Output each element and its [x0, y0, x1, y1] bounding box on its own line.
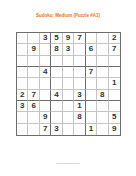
cell-r1c8[interactable] — [97, 33, 108, 44]
cell-r9c8[interactable] — [97, 124, 108, 135]
cell-r7c9[interactable] — [109, 101, 120, 112]
cell-r1c4[interactable]: 5 — [51, 33, 62, 44]
cell-r9c7[interactable]: 1 — [86, 124, 97, 135]
cell-r1c6[interactable]: 7 — [74, 33, 85, 44]
cell-r3c7[interactable] — [86, 56, 97, 67]
cell-r4c7[interactable]: 7 — [86, 67, 97, 78]
cell-r1c2[interactable] — [28, 33, 39, 44]
cell-r2c7[interactable]: 6 — [86, 44, 97, 55]
cell-r1c7[interactable] — [86, 33, 97, 44]
cell-r9c9[interactable]: 9 — [109, 124, 120, 135]
cell-r5c9[interactable]: 1 — [109, 78, 120, 89]
cell-r8c1[interactable] — [17, 112, 28, 123]
cell-r7c2[interactable]: 6 — [28, 101, 39, 112]
cell-r7c3[interactable] — [40, 101, 51, 112]
cell-r5c6[interactable] — [74, 78, 85, 89]
cell-r6c8[interactable]: 8 — [97, 90, 108, 101]
cell-r9c1[interactable] — [17, 124, 28, 135]
cell-r4c8[interactable] — [97, 67, 108, 78]
cell-r8c2[interactable] — [28, 112, 39, 123]
cell-r4c2[interactable] — [28, 67, 39, 78]
cell-r5c7[interactable] — [86, 78, 97, 89]
cell-r2c9[interactable]: 7 — [109, 44, 120, 55]
cell-r2c8[interactable] — [97, 44, 108, 55]
cell-r2c5[interactable]: 3 — [63, 44, 74, 55]
cell-r1c1[interactable] — [17, 33, 28, 44]
cell-r8c3[interactable]: 9 — [40, 112, 51, 123]
cell-r5c3[interactable] — [40, 78, 51, 89]
cell-r3c6[interactable] — [74, 56, 85, 67]
cell-r3c9[interactable] — [109, 56, 120, 67]
cell-r5c5[interactable] — [63, 78, 74, 89]
cell-r3c2[interactable] — [28, 56, 39, 67]
cell-r1c9[interactable]: 2 — [109, 33, 120, 44]
cell-r3c8[interactable] — [97, 56, 108, 67]
cell-r7c4[interactable] — [51, 101, 62, 112]
cell-r9c3[interactable]: 7 — [40, 124, 51, 135]
cell-r7c6[interactable]: 1 — [74, 101, 85, 112]
cell-r6c7[interactable] — [86, 90, 97, 101]
cell-r6c3[interactable] — [40, 90, 51, 101]
cell-r7c1[interactable]: 3 — [17, 101, 28, 112]
cell-r3c3[interactable] — [40, 56, 51, 67]
cell-r9c4[interactable]: 3 — [51, 124, 62, 135]
cell-r6c2[interactable]: 7 — [28, 90, 39, 101]
cell-r4c5[interactable] — [63, 67, 74, 78]
cell-r2c1[interactable] — [17, 44, 28, 55]
cell-r7c7[interactable] — [86, 101, 97, 112]
cell-r3c5[interactable] — [63, 56, 74, 67]
footer-url: www.printsudoku.com — [34, 161, 102, 164]
cell-r5c2[interactable] — [28, 78, 39, 89]
cell-r8c7[interactable] — [86, 112, 97, 123]
cell-r4c3[interactable]: 4 — [40, 67, 51, 78]
cell-r3c1[interactable] — [17, 56, 28, 67]
cell-r2c4[interactable]: 8 — [51, 44, 62, 55]
cell-r9c6[interactable] — [74, 124, 85, 135]
cell-r1c3[interactable]: 3 — [40, 33, 51, 44]
cell-r7c8[interactable] — [97, 101, 108, 112]
cell-r9c5[interactable] — [63, 124, 74, 135]
cell-r3c4[interactable] — [51, 56, 62, 67]
cell-r9c2[interactable] — [28, 124, 39, 135]
sudoku-grid: 3597298367471274383619857319 — [16, 32, 121, 136]
cell-r7c5[interactable] — [63, 101, 74, 112]
cell-r6c4[interactable]: 4 — [51, 90, 62, 101]
cell-r4c1[interactable] — [17, 67, 28, 78]
cell-r1c5[interactable]: 9 — [63, 33, 74, 44]
cell-r8c5[interactable] — [63, 112, 74, 123]
cell-r5c8[interactable] — [97, 78, 108, 89]
cell-r4c4[interactable] — [51, 67, 62, 78]
cell-r8c8[interactable] — [97, 112, 108, 123]
cell-r2c6[interactable] — [74, 44, 85, 55]
cell-r5c4[interactable] — [51, 78, 62, 89]
page-title: Sudoku: Medium (Puzzle #A1) — [0, 13, 136, 18]
cell-r8c6[interactable]: 8 — [74, 112, 85, 123]
cell-r6c1[interactable]: 2 — [17, 90, 28, 101]
cell-r6c5[interactable] — [63, 90, 74, 101]
cell-r6c6[interactable]: 3 — [74, 90, 85, 101]
cell-r8c9[interactable]: 5 — [109, 112, 120, 123]
cell-r5c1[interactable] — [17, 78, 28, 89]
cell-r2c2[interactable]: 9 — [28, 44, 39, 55]
cell-r2c3[interactable] — [40, 44, 51, 55]
cell-r4c6[interactable] — [74, 67, 85, 78]
cell-r6c9[interactable] — [109, 90, 120, 101]
cell-r8c4[interactable] — [51, 112, 62, 123]
cell-r4c9[interactable] — [109, 67, 120, 78]
